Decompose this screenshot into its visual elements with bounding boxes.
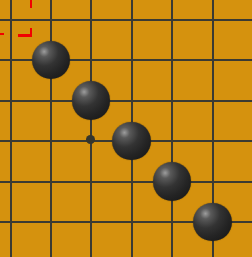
grid-line-vertical (50, 0, 52, 257)
grid-line-vertical (10, 0, 12, 257)
selection-bottom-edge-corner-dash-icon (18, 34, 32, 37)
grid-line-horizontal (0, 19, 252, 21)
go-board[interactable] (0, 0, 252, 257)
star-point (86, 135, 95, 144)
grid-line-horizontal (0, 181, 252, 183)
selection-bottom-edge-left-dash-icon (0, 33, 4, 36)
black-stone[interactable] (32, 41, 71, 80)
grid-line-horizontal (0, 100, 252, 102)
black-stone[interactable] (112, 122, 151, 161)
selection-right-edge-top-dash-icon (30, 0, 33, 8)
black-stone[interactable] (193, 203, 232, 242)
grid-line-vertical (90, 0, 92, 257)
black-stone[interactable] (72, 81, 111, 120)
grid-line-vertical (171, 0, 173, 257)
black-stone[interactable] (153, 162, 192, 201)
